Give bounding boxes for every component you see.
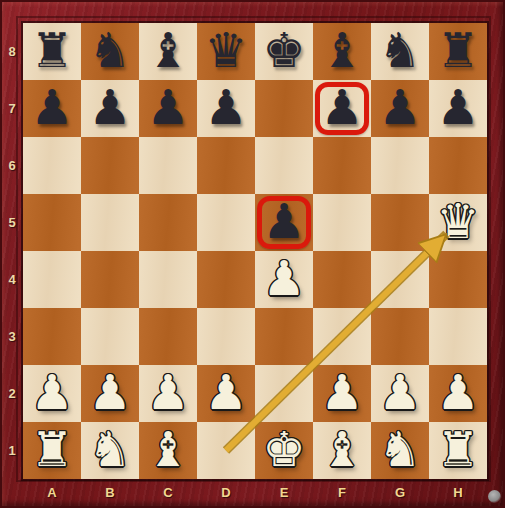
square-a7[interactable]: ♟ (23, 80, 81, 137)
corner-grip-dot (488, 490, 501, 503)
square-h5[interactable]: ♛ (429, 194, 487, 251)
rank-label-4: 4 (2, 251, 22, 308)
rank-label-5: 5 (2, 194, 22, 251)
piece-white-king-e1[interactable]: ♚ (255, 420, 313, 477)
rank-label-8: 8 (2, 23, 22, 80)
square-f5[interactable] (313, 194, 371, 251)
piece-white-knight-b1[interactable]: ♞ (81, 420, 139, 477)
piece-black-knight-b8[interactable]: ♞ (81, 21, 139, 78)
square-h2[interactable]: ♟ (429, 365, 487, 422)
square-c5[interactable] (139, 194, 197, 251)
square-d8[interactable]: ♛ (197, 23, 255, 80)
square-e7[interactable] (255, 80, 313, 137)
piece-white-queen-h5[interactable]: ♛ (429, 192, 487, 249)
piece-white-pawn-h2[interactable]: ♟ (429, 363, 487, 420)
square-e2[interactable] (255, 365, 313, 422)
square-c2[interactable]: ♟ (139, 365, 197, 422)
rank-label-1: 1 (2, 422, 22, 479)
piece-white-bishop-c1[interactable]: ♝ (139, 420, 197, 477)
square-b2[interactable]: ♟ (81, 365, 139, 422)
square-h4[interactable] (429, 251, 487, 308)
piece-black-pawn-d7[interactable]: ♟ (197, 78, 255, 135)
square-g3[interactable] (371, 308, 429, 365)
file-label-E: E (255, 480, 313, 504)
piece-white-rook-a1[interactable]: ♜ (23, 420, 81, 477)
square-f1[interactable]: ♝ (313, 422, 371, 479)
square-b1[interactable]: ♞ (81, 422, 139, 479)
square-f7[interactable]: ♟ (313, 80, 371, 137)
piece-black-knight-g8[interactable]: ♞ (371, 21, 429, 78)
square-e8[interactable]: ♚ (255, 23, 313, 80)
square-a2[interactable]: ♟ (23, 365, 81, 422)
piece-black-pawn-e5[interactable]: ♟ (255, 192, 313, 249)
piece-white-pawn-g2[interactable]: ♟ (371, 363, 429, 420)
square-c6[interactable] (139, 137, 197, 194)
square-c3[interactable] (139, 308, 197, 365)
square-b4[interactable] (81, 251, 139, 308)
square-h1[interactable]: ♜ (429, 422, 487, 479)
square-f4[interactable] (313, 251, 371, 308)
square-b8[interactable]: ♞ (81, 23, 139, 80)
piece-white-knight-g1[interactable]: ♞ (371, 420, 429, 477)
rank-label-3: 3 (2, 308, 22, 365)
square-a6[interactable] (23, 137, 81, 194)
square-a3[interactable] (23, 308, 81, 365)
file-label-G: G (371, 480, 429, 504)
square-h7[interactable]: ♟ (429, 80, 487, 137)
square-c4[interactable] (139, 251, 197, 308)
file-label-H: H (429, 480, 487, 504)
square-d6[interactable] (197, 137, 255, 194)
square-c1[interactable]: ♝ (139, 422, 197, 479)
piece-black-pawn-b7[interactable]: ♟ (81, 78, 139, 135)
square-g2[interactable]: ♟ (371, 365, 429, 422)
square-a5[interactable] (23, 194, 81, 251)
rank-label-2: 2 (2, 365, 22, 422)
square-g7[interactable]: ♟ (371, 80, 429, 137)
square-a8[interactable]: ♜ (23, 23, 81, 80)
piece-black-queen-d8[interactable]: ♛ (197, 21, 255, 78)
file-label-B: B (81, 480, 139, 504)
square-g4[interactable] (371, 251, 429, 308)
square-h3[interactable] (429, 308, 487, 365)
square-b3[interactable] (81, 308, 139, 365)
piece-black-bishop-f8[interactable]: ♝ (313, 21, 371, 78)
square-b7[interactable]: ♟ (81, 80, 139, 137)
file-label-F: F (313, 480, 371, 504)
piece-black-king-e8[interactable]: ♚ (255, 21, 313, 78)
board-frame: 87654321 ABCDEFGH ♜♞♝♛♚♝♞♜♟♟♟♟♟♟♟♟♛♟♟♟♟♟… (0, 0, 505, 508)
square-d3[interactable] (197, 308, 255, 365)
square-e3[interactable] (255, 308, 313, 365)
rank-label-6: 6 (2, 137, 22, 194)
square-d7[interactable]: ♟ (197, 80, 255, 137)
piece-white-pawn-a2[interactable]: ♟ (23, 363, 81, 420)
square-g1[interactable]: ♞ (371, 422, 429, 479)
square-d4[interactable] (197, 251, 255, 308)
file-label-C: C (139, 480, 197, 504)
square-a1[interactable]: ♜ (23, 422, 81, 479)
piece-white-pawn-e4[interactable]: ♟ (255, 249, 313, 306)
piece-black-bishop-c8[interactable]: ♝ (139, 21, 197, 78)
square-h8[interactable]: ♜ (429, 23, 487, 80)
square-g5[interactable] (371, 194, 429, 251)
piece-white-bishop-f1[interactable]: ♝ (313, 420, 371, 477)
square-d5[interactable] (197, 194, 255, 251)
piece-black-rook-a8[interactable]: ♜ (23, 21, 81, 78)
square-f8[interactable]: ♝ (313, 23, 371, 80)
piece-black-pawn-c7[interactable]: ♟ (139, 78, 197, 135)
square-b6[interactable] (81, 137, 139, 194)
piece-black-pawn-f7[interactable]: ♟ (313, 78, 371, 135)
piece-black-rook-h8[interactable]: ♜ (429, 21, 487, 78)
square-e4[interactable]: ♟ (255, 251, 313, 308)
square-f2[interactable]: ♟ (313, 365, 371, 422)
square-e6[interactable] (255, 137, 313, 194)
square-f6[interactable] (313, 137, 371, 194)
square-b5[interactable] (81, 194, 139, 251)
square-g6[interactable] (371, 137, 429, 194)
square-e1[interactable]: ♚ (255, 422, 313, 479)
piece-black-pawn-a7[interactable]: ♟ (23, 78, 81, 135)
square-g8[interactable]: ♞ (371, 23, 429, 80)
piece-white-pawn-c2[interactable]: ♟ (139, 363, 197, 420)
square-h6[interactable] (429, 137, 487, 194)
square-a4[interactable] (23, 251, 81, 308)
piece-white-pawn-b2[interactable]: ♟ (81, 363, 139, 420)
square-c7[interactable]: ♟ (139, 80, 197, 137)
piece-white-pawn-d2[interactable]: ♟ (197, 363, 255, 420)
piece-white-rook-h1[interactable]: ♜ (429, 420, 487, 477)
piece-black-pawn-h7[interactable]: ♟ (429, 78, 487, 135)
file-label-D: D (197, 480, 255, 504)
square-f3[interactable] (313, 308, 371, 365)
square-d1[interactable] (197, 422, 255, 479)
square-d2[interactable]: ♟ (197, 365, 255, 422)
file-label-A: A (23, 480, 81, 504)
square-c8[interactable]: ♝ (139, 23, 197, 80)
rank-label-7: 7 (2, 80, 22, 137)
chess-board: ♜♞♝♛♚♝♞♜♟♟♟♟♟♟♟♟♛♟♟♟♟♟♟♟♟♜♞♝♚♝♞♜ (23, 23, 487, 479)
square-e5[interactable]: ♟ (255, 194, 313, 251)
piece-black-pawn-g7[interactable]: ♟ (371, 78, 429, 135)
piece-white-pawn-f2[interactable]: ♟ (313, 363, 371, 420)
